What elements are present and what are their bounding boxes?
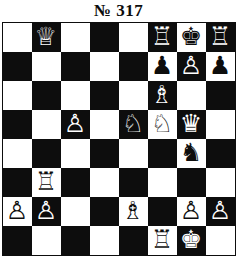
black-pawn[interactable]: ♙ [35, 197, 57, 225]
square-g5[interactable]: ♛ [177, 110, 206, 139]
square-a5[interactable] [3, 110, 32, 139]
square-a2[interactable]: ♙ [3, 197, 32, 226]
square-h8[interactable]: ♖ [206, 23, 235, 52]
black-pawn[interactable]: ♟ [151, 52, 173, 80]
square-c7[interactable] [61, 52, 90, 81]
square-d5[interactable] [90, 110, 119, 139]
white-queen[interactable]: ♛ [180, 110, 202, 138]
square-e7[interactable] [119, 52, 148, 81]
square-f8[interactable]: ♖ [148, 23, 177, 52]
black-pawn[interactable]: ♙ [209, 197, 231, 225]
white-pawn[interactable]: ♙ [6, 197, 28, 225]
square-c1[interactable] [61, 226, 90, 255]
square-g8[interactable]: ♚ [177, 23, 206, 52]
square-b3[interactable]: ♖ [32, 168, 61, 197]
square-g3[interactable] [177, 168, 206, 197]
square-b1[interactable] [32, 226, 61, 255]
black-bishop[interactable]: ♗ [151, 81, 173, 109]
square-d2[interactable] [90, 197, 119, 226]
chess-diagram-page: № 317 ♕♖♚♖♟♙♟♗♙♘♘♛♞♖♙♙♗♙♙♖♚ [0, 0, 237, 261]
square-h6[interactable] [206, 81, 235, 110]
square-d4[interactable] [90, 139, 119, 168]
square-d7[interactable] [90, 52, 119, 81]
square-h2[interactable]: ♙ [206, 197, 235, 226]
square-f4[interactable] [148, 139, 177, 168]
white-rook[interactable]: ♖ [35, 168, 57, 196]
square-c6[interactable] [61, 81, 90, 110]
black-queen[interactable]: ♕ [35, 23, 57, 51]
square-d1[interactable] [90, 226, 119, 255]
square-d8[interactable] [90, 23, 119, 52]
square-f7[interactable]: ♟ [148, 52, 177, 81]
white-pawn[interactable]: ♙ [180, 197, 202, 225]
black-knight[interactable]: ♘ [122, 110, 144, 138]
square-h7[interactable]: ♟ [206, 52, 235, 81]
square-e8[interactable] [119, 23, 148, 52]
square-f1[interactable]: ♖ [148, 226, 177, 255]
square-h4[interactable] [206, 139, 235, 168]
square-c8[interactable] [61, 23, 90, 52]
black-pawn[interactable]: ♟ [209, 52, 231, 80]
square-g1[interactable]: ♚ [177, 226, 206, 255]
square-h1[interactable] [206, 226, 235, 255]
square-f3[interactable] [148, 168, 177, 197]
square-g4[interactable]: ♞ [177, 139, 206, 168]
square-c4[interactable] [61, 139, 90, 168]
diagram-number: № 317 [0, 0, 237, 21]
square-c2[interactable] [61, 197, 90, 226]
square-e1[interactable] [119, 226, 148, 255]
square-e2[interactable]: ♗ [119, 197, 148, 226]
square-d3[interactable] [90, 168, 119, 197]
black-king[interactable]: ♚ [180, 23, 202, 51]
black-rook[interactable]: ♖ [209, 23, 231, 51]
white-king[interactable]: ♚ [180, 226, 202, 254]
square-b5[interactable] [32, 110, 61, 139]
square-b6[interactable] [32, 81, 61, 110]
square-e5[interactable]: ♘ [119, 110, 148, 139]
square-a8[interactable] [3, 23, 32, 52]
square-f5[interactable]: ♘ [148, 110, 177, 139]
square-g6[interactable] [177, 81, 206, 110]
square-g2[interactable]: ♙ [177, 197, 206, 226]
square-h5[interactable] [206, 110, 235, 139]
white-knight[interactable]: ♘ [151, 110, 173, 138]
square-c5[interactable]: ♙ [61, 110, 90, 139]
black-pawn[interactable]: ♙ [64, 110, 86, 138]
square-h3[interactable] [206, 168, 235, 197]
square-b2[interactable]: ♙ [32, 197, 61, 226]
square-a7[interactable] [3, 52, 32, 81]
square-b4[interactable] [32, 139, 61, 168]
square-b8[interactable]: ♕ [32, 23, 61, 52]
black-knight[interactable]: ♞ [180, 139, 202, 167]
square-d6[interactable] [90, 81, 119, 110]
square-b7[interactable] [32, 52, 61, 81]
square-c3[interactable] [61, 168, 90, 197]
square-g7[interactable]: ♙ [177, 52, 206, 81]
black-pawn[interactable]: ♙ [180, 52, 202, 80]
square-e6[interactable] [119, 81, 148, 110]
square-f2[interactable] [148, 197, 177, 226]
square-a4[interactable] [3, 139, 32, 168]
square-f6[interactable]: ♗ [148, 81, 177, 110]
square-a3[interactable] [3, 168, 32, 197]
square-a1[interactable] [3, 226, 32, 255]
white-bishop[interactable]: ♗ [122, 197, 144, 225]
square-a6[interactable] [3, 81, 32, 110]
black-rook[interactable]: ♖ [151, 23, 173, 51]
square-e4[interactable] [119, 139, 148, 168]
square-e3[interactable] [119, 168, 148, 197]
white-rook[interactable]: ♖ [151, 226, 173, 254]
chess-board: ♕♖♚♖♟♙♟♗♙♘♘♛♞♖♙♙♗♙♙♖♚ [2, 22, 236, 256]
